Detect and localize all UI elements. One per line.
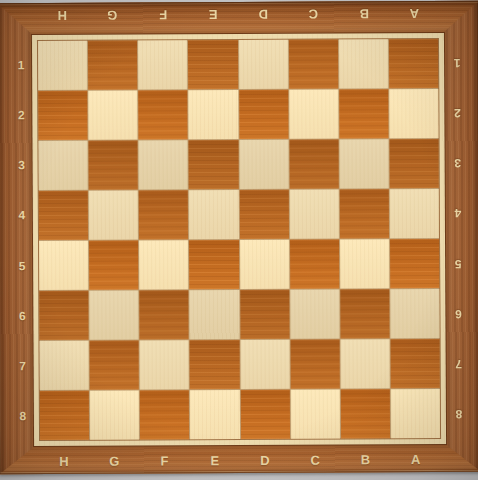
square-h7[interactable] [40,341,89,390]
board-inner-field [32,33,446,446]
square-d2[interactable] [239,90,288,139]
square-e3[interactable] [189,140,238,189]
square-b8[interactable] [341,389,390,438]
square-b5[interactable] [340,239,389,288]
square-d3[interactable] [239,140,288,189]
square-f1[interactable] [138,40,187,89]
square-b2[interactable] [339,89,388,138]
square-b6[interactable] [340,289,389,338]
square-f7[interactable] [140,340,189,389]
square-a7[interactable] [390,339,439,388]
square-a5[interactable] [390,239,439,288]
frame-left-rail [0,3,35,474]
square-d6[interactable] [240,290,289,339]
square-h3[interactable] [38,141,87,190]
square-h4[interactable] [39,191,88,240]
square-f4[interactable] [139,190,188,239]
square-e8[interactable] [190,390,239,439]
square-b3[interactable] [339,139,388,188]
frame-top-rail [0,1,478,36]
square-e4[interactable] [189,190,238,239]
square-a8[interactable] [391,389,440,438]
square-g2[interactable] [88,91,137,140]
square-f8[interactable] [140,390,189,439]
square-g6[interactable] [89,291,138,340]
square-h6[interactable] [39,291,88,340]
square-f3[interactable] [139,140,188,189]
frame-bottom-rail [0,444,478,475]
square-g1[interactable] [88,41,137,90]
square-g3[interactable] [89,141,138,190]
square-a2[interactable] [389,89,438,138]
square-h2[interactable] [38,91,87,140]
square-f6[interactable] [140,290,189,339]
square-f2[interactable] [138,90,187,139]
square-d7[interactable] [240,340,289,389]
square-d5[interactable] [240,240,289,289]
square-c5[interactable] [290,239,339,288]
square-b7[interactable] [340,339,389,388]
square-g5[interactable] [89,241,138,290]
square-e7[interactable] [190,340,239,389]
square-g8[interactable] [90,391,139,440]
square-h8[interactable] [40,391,89,440]
square-g4[interactable] [89,191,138,240]
square-e1[interactable] [188,40,237,89]
square-a6[interactable] [390,289,439,338]
square-e2[interactable] [189,90,238,139]
square-c4[interactable] [289,189,338,238]
square-f5[interactable] [139,240,188,289]
square-g7[interactable] [90,341,139,390]
square-a1[interactable] [389,39,438,88]
square-e5[interactable] [189,240,238,289]
square-b1[interactable] [339,39,388,88]
square-d4[interactable] [239,190,288,239]
square-h5[interactable] [39,241,88,290]
chess-board: HGFEDCBA HGFEDCBA 12345678 12345678 [0,1,478,475]
square-a3[interactable] [389,139,438,188]
frame-right-rail [443,1,478,472]
square-b4[interactable] [339,189,388,238]
square-c1[interactable] [289,39,338,88]
square-d8[interactable] [240,390,289,439]
square-e6[interactable] [190,290,239,339]
square-c6[interactable] [290,289,339,338]
square-d1[interactable] [238,40,287,89]
square-h1[interactable] [38,41,87,90]
square-c7[interactable] [290,339,339,388]
board-grid [37,38,441,441]
square-a4[interactable] [390,189,439,238]
square-c8[interactable] [290,389,339,438]
photo-background: HGFEDCBA HGFEDCBA 12345678 12345678 [0,0,478,480]
square-c2[interactable] [289,89,338,138]
square-c3[interactable] [289,139,338,188]
